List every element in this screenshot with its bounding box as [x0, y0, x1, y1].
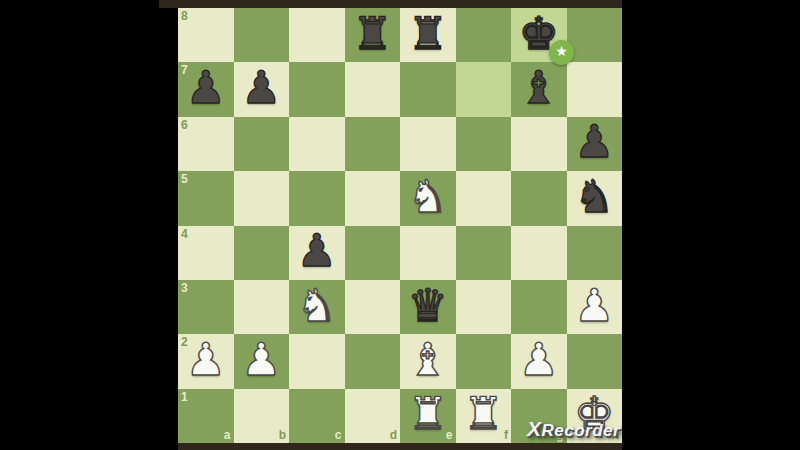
square-a5[interactable]: 5: [178, 171, 234, 225]
best-move-badge: ★: [549, 40, 574, 65]
square-a4[interactable]: 4: [178, 226, 234, 280]
square-a1[interactable]: 1a: [178, 389, 234, 443]
black-pawn[interactable]: ♟: [574, 119, 614, 164]
square-e4[interactable]: [400, 226, 456, 280]
square-b6[interactable]: [234, 117, 290, 171]
square-c5[interactable]: [289, 171, 345, 225]
rank-label-1: 1: [181, 391, 188, 403]
square-e7[interactable]: [400, 62, 456, 116]
square-f7[interactable]: [456, 62, 512, 116]
file-label-f: f: [504, 429, 508, 441]
square-c2[interactable]: [289, 334, 345, 388]
square-h4[interactable]: [567, 226, 623, 280]
square-e5[interactable]: ♞: [400, 171, 456, 225]
white-rook[interactable]: ♜: [408, 391, 448, 436]
square-b5[interactable]: [234, 171, 290, 225]
square-b1[interactable]: b: [234, 389, 290, 443]
square-f3[interactable]: [456, 280, 512, 334]
square-e3[interactable]: ♛: [400, 280, 456, 334]
white-rook[interactable]: ♜: [463, 391, 503, 436]
black-rook[interactable]: ♜: [408, 11, 448, 56]
square-g4[interactable]: [511, 226, 567, 280]
square-c4[interactable]: ♟: [289, 226, 345, 280]
rank-label-5: 5: [181, 173, 188, 185]
square-f1[interactable]: f♜: [456, 389, 512, 443]
square-b7[interactable]: ♟: [234, 62, 290, 116]
square-b3[interactable]: [234, 280, 290, 334]
black-rook[interactable]: ♜: [352, 11, 392, 56]
square-h3[interactable]: ♟: [567, 280, 623, 334]
square-d4[interactable]: [345, 226, 401, 280]
square-g6[interactable]: [511, 117, 567, 171]
white-pawn[interactable]: ♟: [519, 337, 559, 382]
square-c7[interactable]: [289, 62, 345, 116]
square-b2[interactable]: ♟: [234, 334, 290, 388]
black-queen[interactable]: ♛: [408, 283, 448, 328]
square-e8[interactable]: ♜: [400, 8, 456, 62]
square-d6[interactable]: [345, 117, 401, 171]
rank-label-8: 8: [181, 10, 188, 22]
square-f2[interactable]: [456, 334, 512, 388]
white-bishop[interactable]: ♝: [408, 337, 448, 382]
square-e1[interactable]: e♜: [400, 389, 456, 443]
file-label-c: c: [335, 429, 342, 441]
square-f8[interactable]: [456, 8, 512, 62]
square-b8[interactable]: [234, 8, 290, 62]
square-h2[interactable]: [567, 334, 623, 388]
white-pawn[interactable]: ♟: [574, 283, 614, 328]
white-knight[interactable]: ♞: [297, 283, 337, 328]
star-icon: ★: [555, 44, 568, 58]
rank-label-3: 3: [181, 282, 188, 294]
file-label-b: b: [279, 429, 286, 441]
square-f5[interactable]: [456, 171, 512, 225]
black-pawn[interactable]: ♟: [186, 65, 226, 110]
square-g5[interactable]: [511, 171, 567, 225]
square-a3[interactable]: 3: [178, 280, 234, 334]
square-a2[interactable]: 2♟: [178, 334, 234, 388]
square-f6[interactable]: [456, 117, 512, 171]
rank-label-4: 4: [181, 228, 188, 240]
white-knight[interactable]: ♞: [408, 174, 448, 219]
white-pawn[interactable]: ♟: [186, 337, 226, 382]
square-a8[interactable]: 8: [178, 8, 234, 62]
square-e2[interactable]: ♝: [400, 334, 456, 388]
board-bottom-frame: [178, 443, 622, 450]
xrecorder-watermark: XRecorder: [527, 417, 620, 441]
square-c6[interactable]: [289, 117, 345, 171]
black-bishop[interactable]: ♝: [519, 65, 559, 110]
square-c3[interactable]: ♞: [289, 280, 345, 334]
square-e6[interactable]: [400, 117, 456, 171]
square-h8[interactable]: [567, 8, 623, 62]
square-h6[interactable]: ♟: [567, 117, 623, 171]
square-h5[interactable]: ♞: [567, 171, 623, 225]
file-label-a: a: [224, 429, 231, 441]
chess-board[interactable]: 8♜♜♚7♟♟♝6♟5♞♞4♟3♞♛♟2♟♟♝♟1abcde♜f♜gh♚★: [178, 8, 622, 443]
square-d3[interactable]: [345, 280, 401, 334]
square-g2[interactable]: ♟: [511, 334, 567, 388]
square-c8[interactable]: [289, 8, 345, 62]
square-b4[interactable]: [234, 226, 290, 280]
square-a6[interactable]: 6: [178, 117, 234, 171]
square-c1[interactable]: c: [289, 389, 345, 443]
square-g7[interactable]: ♝: [511, 62, 567, 116]
square-d7[interactable]: [345, 62, 401, 116]
rank-label-6: 6: [181, 119, 188, 131]
square-d8[interactable]: ♜: [345, 8, 401, 62]
black-knight[interactable]: ♞: [574, 174, 614, 219]
black-pawn[interactable]: ♟: [297, 228, 337, 273]
square-a7[interactable]: 7♟: [178, 62, 234, 116]
square-f4[interactable]: [456, 226, 512, 280]
file-label-d: d: [390, 429, 397, 441]
square-d5[interactable]: [345, 171, 401, 225]
square-g3[interactable]: [511, 280, 567, 334]
square-d1[interactable]: d: [345, 389, 401, 443]
square-d2[interactable]: [345, 334, 401, 388]
square-h7[interactable]: [567, 62, 623, 116]
black-pawn[interactable]: ♟: [241, 65, 281, 110]
white-pawn[interactable]: ♟: [241, 337, 281, 382]
